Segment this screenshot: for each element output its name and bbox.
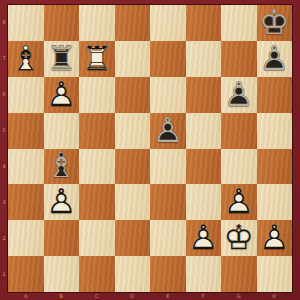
chess-diagram: 87654321 ABCDEFGH ♚♔♝♗♜♖♜♖♟♙♟♙♟♙♟♙♝♗♟♙♟♙… — [0, 0, 300, 300]
square-g5[interactable] — [221, 113, 257, 149]
black-pawn-outline: ♙ — [224, 76, 254, 110]
black-pawn-outline: ♙ — [153, 112, 183, 146]
square-h1[interactable] — [257, 256, 293, 292]
square-g1[interactable] — [221, 256, 257, 292]
white-pawn-outline: ♙ — [188, 220, 218, 254]
white-bishop-glyph: ♝ — [11, 40, 41, 74]
square-d6[interactable] — [115, 77, 151, 113]
square-h7[interactable]: ♟♙ — [257, 41, 293, 77]
black-pawn[interactable]: ♟♙ — [257, 41, 293, 77]
square-h4[interactable] — [257, 149, 293, 185]
square-b7[interactable]: ♜♖ — [44, 41, 80, 77]
white-pawn[interactable]: ♟♙ — [221, 184, 257, 220]
white-pawn-outline: ♙ — [46, 76, 76, 110]
square-a8[interactable] — [8, 5, 44, 41]
file-label-b: B — [44, 292, 80, 300]
square-f2[interactable]: ♟♙ — [186, 220, 222, 256]
white-king-glyph: ♚ — [224, 220, 254, 254]
square-f6[interactable] — [186, 77, 222, 113]
square-g2[interactable]: ♚♔ — [221, 220, 257, 256]
white-pawn-outline: ♙ — [259, 220, 289, 254]
square-d5[interactable] — [115, 113, 151, 149]
white-rook[interactable]: ♜♖ — [79, 41, 115, 77]
white-bishop-outline: ♗ — [11, 40, 41, 74]
square-g3[interactable]: ♟♙ — [221, 184, 257, 220]
rank-labels: 87654321 — [0, 5, 8, 292]
white-pawn-glyph: ♟ — [259, 220, 289, 254]
white-king[interactable]: ♚♔ — [221, 220, 257, 256]
white-king-outline: ♔ — [224, 220, 254, 254]
square-f5[interactable] — [186, 113, 222, 149]
square-d4[interactable] — [115, 149, 151, 185]
black-bishop-glyph: ♝ — [46, 148, 76, 182]
square-b4[interactable]: ♝♗ — [44, 149, 80, 185]
square-b5[interactable] — [44, 113, 80, 149]
square-c8[interactable] — [79, 5, 115, 41]
white-pawn-outline: ♙ — [46, 184, 76, 218]
file-label-d: D — [115, 292, 151, 300]
square-c2[interactable] — [79, 220, 115, 256]
white-pawn[interactable]: ♟♙ — [44, 77, 80, 113]
square-a6[interactable] — [8, 77, 44, 113]
square-f3[interactable] — [186, 184, 222, 220]
square-d7[interactable] — [115, 41, 151, 77]
square-f8[interactable] — [186, 5, 222, 41]
square-b2[interactable] — [44, 220, 80, 256]
square-d3[interactable] — [115, 184, 151, 220]
square-h3[interactable] — [257, 184, 293, 220]
white-pawn-glyph: ♟ — [224, 184, 254, 218]
square-h5[interactable] — [257, 113, 293, 149]
square-d8[interactable] — [115, 5, 151, 41]
square-c5[interactable] — [79, 113, 115, 149]
square-e5[interactable]: ♟♙ — [150, 113, 186, 149]
square-b3[interactable]: ♟♙ — [44, 184, 80, 220]
square-e7[interactable] — [150, 41, 186, 77]
black-bishop[interactable]: ♝♗ — [44, 149, 80, 185]
square-f7[interactable] — [186, 41, 222, 77]
file-labels: ABCDEFGH — [8, 292, 292, 300]
square-g8[interactable] — [221, 5, 257, 41]
black-rook-glyph: ♜ — [46, 40, 76, 74]
black-king-outline: ♔ — [259, 5, 289, 39]
square-b8[interactable] — [44, 5, 80, 41]
square-h8[interactable]: ♚♔ — [257, 5, 293, 41]
square-e6[interactable] — [150, 77, 186, 113]
square-h2[interactable]: ♟♙ — [257, 220, 293, 256]
rank-label-6: 6 — [0, 77, 8, 113]
black-king[interactable]: ♚♔ — [257, 5, 293, 41]
square-g4[interactable] — [221, 149, 257, 185]
chess-board: ♚♔♝♗♜♖♜♖♟♙♟♙♟♙♟♙♝♗♟♙♟♙♟♙♚♔♟♙ — [8, 5, 292, 292]
square-c6[interactable] — [79, 77, 115, 113]
square-c4[interactable] — [79, 149, 115, 185]
square-b1[interactable] — [44, 256, 80, 292]
white-pawn[interactable]: ♟♙ — [186, 220, 222, 256]
rank-label-1: 1 — [0, 256, 8, 292]
file-label-a: A — [8, 292, 44, 300]
square-g6[interactable]: ♟♙ — [221, 77, 257, 113]
square-h6[interactable] — [257, 77, 293, 113]
rank-label-3: 3 — [0, 184, 8, 220]
white-pawn-outline: ♙ — [224, 184, 254, 218]
square-e3[interactable] — [150, 184, 186, 220]
file-label-h: H — [257, 292, 293, 300]
square-c7[interactable]: ♜♖ — [79, 41, 115, 77]
square-a7[interactable]: ♝♗ — [8, 41, 44, 77]
square-e4[interactable] — [150, 149, 186, 185]
square-d2[interactable] — [115, 220, 151, 256]
square-f1[interactable] — [186, 256, 222, 292]
rank-label-4: 4 — [0, 149, 8, 185]
black-pawn-glyph: ♟ — [224, 76, 254, 110]
white-rook-outline: ♖ — [82, 40, 112, 74]
square-a1[interactable] — [8, 256, 44, 292]
white-pawn-glyph: ♟ — [46, 184, 76, 218]
black-pawn[interactable]: ♟♙ — [150, 113, 186, 149]
white-pawn[interactable]: ♟♙ — [44, 184, 80, 220]
rank-label-2: 2 — [0, 220, 8, 256]
rank-label-7: 7 — [0, 41, 8, 77]
black-bishop-outline: ♗ — [46, 148, 76, 182]
square-g7[interactable] — [221, 41, 257, 77]
square-e2[interactable] — [150, 220, 186, 256]
rank-label-5: 5 — [0, 113, 8, 149]
file-label-g: G — [221, 292, 257, 300]
square-a3[interactable] — [8, 184, 44, 220]
rank-label-8: 8 — [0, 5, 8, 41]
black-pawn-glyph: ♟ — [259, 40, 289, 74]
black-rook-outline: ♖ — [46, 40, 76, 74]
file-label-e: E — [150, 292, 186, 300]
white-pawn-glyph: ♟ — [46, 76, 76, 110]
square-a5[interactable] — [8, 113, 44, 149]
black-king-glyph: ♚ — [259, 5, 289, 39]
black-pawn-outline: ♙ — [259, 40, 289, 74]
white-bishop[interactable]: ♝♗ — [8, 41, 44, 77]
black-pawn-glyph: ♟ — [153, 112, 183, 146]
square-b6[interactable]: ♟♙ — [44, 77, 80, 113]
square-a4[interactable] — [8, 149, 44, 185]
square-c3[interactable] — [79, 184, 115, 220]
white-rook-glyph: ♜ — [82, 40, 112, 74]
black-pawn[interactable]: ♟♙ — [221, 77, 257, 113]
file-label-f: F — [186, 292, 222, 300]
square-e1[interactable] — [150, 256, 186, 292]
file-label-c: C — [79, 292, 115, 300]
square-e8[interactable] — [150, 5, 186, 41]
square-a2[interactable] — [8, 220, 44, 256]
white-pawn-glyph: ♟ — [188, 220, 218, 254]
square-f4[interactable] — [186, 149, 222, 185]
black-rook[interactable]: ♜♖ — [44, 41, 80, 77]
square-d1[interactable] — [115, 256, 151, 292]
square-c1[interactable] — [79, 256, 115, 292]
white-pawn[interactable]: ♟♙ — [257, 220, 293, 256]
